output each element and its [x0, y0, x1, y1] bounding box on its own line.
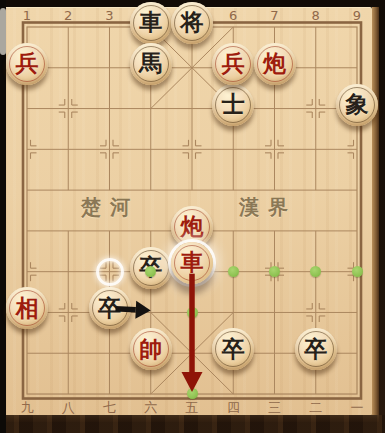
- piece-glyph: 帥: [139, 338, 162, 361]
- black-soldier-piece[interactable]: 卒: [212, 328, 254, 370]
- piece-glyph: 車: [139, 11, 162, 34]
- table-surface: [0, 415, 385, 433]
- black-soldier-piece[interactable]: 卒: [89, 287, 131, 329]
- black-chariot-piece[interactable]: 車: [130, 2, 172, 44]
- last-move-origin-marker: [96, 258, 124, 286]
- move-hint-dot[interactable]: [352, 266, 363, 277]
- red-cannon-piece[interactable]: 炮: [254, 43, 296, 85]
- red-chariot-piece[interactable]: 車: [171, 242, 213, 284]
- black-horse-piece[interactable]: 馬: [130, 43, 172, 85]
- scrollbar-thumb[interactable]: [0, 8, 6, 55]
- piece-glyph: 卒: [98, 297, 121, 320]
- piece-glyph: 炮: [181, 215, 204, 238]
- black-general-piece[interactable]: 将: [171, 2, 213, 44]
- move-hint-dot[interactable]: [187, 388, 198, 399]
- piece-glyph: 相: [16, 297, 39, 320]
- black-soldier-piece[interactable]: 卒: [295, 328, 337, 370]
- piece-glyph: 車: [181, 251, 204, 274]
- red-soldier-piece[interactable]: 兵: [6, 43, 48, 85]
- black-elephant-piece[interactable]: 象: [336, 84, 378, 126]
- piece-glyph: 卒: [304, 338, 327, 361]
- piece-layer: 車将馬士象卒卒卒卒兵兵炮炮車相帥: [6, 7, 377, 415]
- piece-glyph: 兵: [222, 52, 245, 75]
- piece-glyph: 卒: [222, 338, 245, 361]
- move-hint-dot[interactable]: [187, 307, 198, 318]
- piece-glyph: 士: [222, 93, 245, 116]
- move-hint-dot[interactable]: [269, 266, 280, 277]
- red-elephant-piece[interactable]: 相: [6, 287, 48, 329]
- piece-glyph: 炮: [263, 52, 286, 75]
- piece-glyph: 兵: [16, 52, 39, 75]
- piece-glyph: 将: [181, 11, 204, 34]
- piece-glyph: 馬: [139, 52, 162, 75]
- black-advisor-piece[interactable]: 士: [212, 84, 254, 126]
- piece-glyph: 象: [346, 93, 369, 116]
- red-soldier-piece[interactable]: 兵: [212, 43, 254, 85]
- move-hint-dot[interactable]: [228, 266, 239, 277]
- xiangqi-app-screen: 123456789 九八七六五四三二一 楚河 漢界 車将馬士象卒卒卒卒兵兵炮炮車…: [0, 0, 385, 433]
- red-general-piece[interactable]: 帥: [130, 328, 172, 370]
- move-hint-dot[interactable]: [310, 266, 321, 277]
